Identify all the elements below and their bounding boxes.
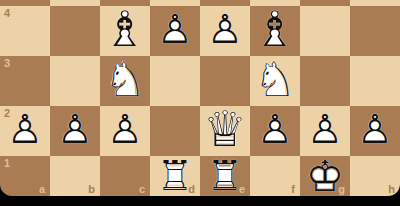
white-queen[interactable]: ♛♕	[200, 106, 250, 156]
square-d1[interactable]: d♜♖	[150, 156, 200, 196]
pawn-glyph-outline: ♙	[157, 9, 193, 49]
white-bishop[interactable]: ♝♗	[100, 6, 150, 56]
knight-glyph-outline: ♘	[103, 55, 146, 103]
square-g2[interactable]: ♟♙	[300, 106, 350, 156]
knight-glyph-outline: ♘	[253, 55, 296, 103]
square-g4[interactable]	[300, 6, 350, 56]
square-g3[interactable]	[300, 56, 350, 106]
square-f3[interactable]: ♞♘	[250, 56, 300, 106]
white-knight[interactable]: ♞♘	[100, 56, 150, 106]
square-a2[interactable]: 2♟♙	[0, 106, 50, 156]
pawn-glyph-outline: ♙	[7, 109, 43, 149]
bishop-glyph-outline: ♗	[253, 5, 297, 54]
pawn-glyph-outline: ♙	[57, 109, 93, 149]
pawn-glyph-outline: ♙	[307, 109, 343, 149]
white-pawn[interactable]: ♟♙	[100, 106, 150, 156]
square-b2[interactable]: ♟♙	[50, 106, 100, 156]
file-label-f: f	[291, 183, 295, 195]
square-f2[interactable]: ♟♙	[250, 106, 300, 156]
pawn-glyph-outline: ♙	[357, 109, 393, 149]
square-b4[interactable]	[50, 6, 100, 56]
square-f1[interactable]: f	[250, 156, 300, 196]
file-label-c: c	[139, 183, 145, 195]
queen-glyph-outline: ♕	[203, 105, 247, 154]
white-pawn[interactable]: ♟♙	[150, 6, 200, 56]
square-c3[interactable]: ♞♘	[100, 56, 150, 106]
square-d3[interactable]	[150, 56, 200, 106]
square-h3[interactable]	[350, 56, 400, 106]
white-pawn[interactable]: ♟♙	[0, 106, 50, 156]
square-a1[interactable]: 1a	[0, 156, 50, 196]
square-f4[interactable]: ♝♗	[250, 6, 300, 56]
square-b3[interactable]	[50, 56, 100, 106]
square-d2[interactable]	[150, 106, 200, 156]
rook-glyph-outline: ♖	[157, 156, 194, 197]
white-pawn[interactable]: ♟♙	[200, 6, 250, 56]
white-bishop[interactable]: ♝♗	[250, 6, 300, 56]
white-pawn[interactable]: ♟♙	[350, 106, 400, 156]
pawn-glyph-outline: ♙	[257, 109, 293, 149]
chess-board: 4♝♗♟♙♟♙♝♗3♞♘♞♘2♟♙♟♙♟♙♛♕♟♙♟♙♟♙1abcd♜♖e♜♖f…	[0, 0, 400, 196]
pawn-glyph-outline: ♙	[207, 9, 243, 49]
square-a3[interactable]: 3	[0, 56, 50, 106]
square-c1[interactable]: c	[100, 156, 150, 196]
square-g1[interactable]: g♚♔	[300, 156, 350, 196]
square-c2[interactable]: ♟♙	[100, 106, 150, 156]
rook-glyph-outline: ♖	[207, 156, 244, 197]
white-knight[interactable]: ♞♘	[250, 56, 300, 106]
square-d4[interactable]: ♟♙	[150, 6, 200, 56]
square-a4[interactable]: 4	[0, 6, 50, 56]
square-e1[interactable]: e♜♖	[200, 156, 250, 196]
bishop-glyph-outline: ♗	[103, 5, 147, 54]
rank-label-1: 1	[4, 157, 10, 170]
file-label-a: a	[39, 183, 45, 195]
white-pawn[interactable]: ♟♙	[300, 106, 350, 156]
file-label-h: h	[388, 183, 395, 195]
square-h1[interactable]: h	[350, 156, 400, 196]
rank-label-3: 3	[4, 57, 10, 70]
king-glyph-outline: ♔	[306, 155, 345, 197]
square-e4[interactable]: ♟♙	[200, 6, 250, 56]
square-e2[interactable]: ♛♕	[200, 106, 250, 156]
square-b1[interactable]: b	[50, 156, 100, 196]
square-h4[interactable]	[350, 6, 400, 56]
rank-label-4: 4	[4, 7, 10, 20]
white-pawn[interactable]: ♟♙	[50, 106, 100, 156]
file-label-b: b	[88, 183, 95, 195]
square-e3[interactable]	[200, 56, 250, 106]
square-c4[interactable]: ♝♗	[100, 6, 150, 56]
white-rook[interactable]: ♜♖	[200, 156, 250, 196]
square-h2[interactable]: ♟♙	[350, 106, 400, 156]
white-king[interactable]: ♚♔	[300, 156, 350, 196]
pawn-glyph-outline: ♙	[107, 109, 143, 149]
white-rook[interactable]: ♜♖	[150, 156, 200, 196]
white-pawn[interactable]: ♟♙	[250, 106, 300, 156]
